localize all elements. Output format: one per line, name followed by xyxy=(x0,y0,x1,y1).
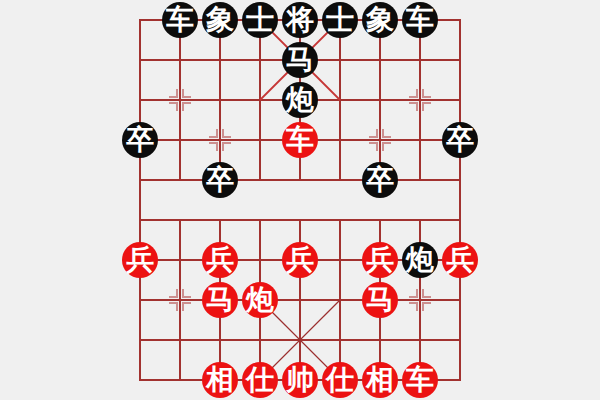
piece-red-cannon[interactable]: 炮 xyxy=(242,282,278,318)
piece-black-horse[interactable]: 马 xyxy=(282,42,318,78)
piece-black-soldier[interactable]: 卒 xyxy=(122,122,158,158)
piece-black-general[interactable]: 将 xyxy=(282,2,318,38)
piece-red-advisor[interactable]: 仕 xyxy=(322,362,358,398)
piece-red-king[interactable]: 帅 xyxy=(282,362,318,398)
piece-red-chariot[interactable]: 车 xyxy=(282,122,318,158)
piece-black-soldier[interactable]: 卒 xyxy=(442,122,478,158)
piece-red-elephant[interactable]: 相 xyxy=(362,362,398,398)
piece-red-soldier[interactable]: 兵 xyxy=(362,242,398,278)
piece-black-elephant[interactable]: 象 xyxy=(362,2,398,38)
piece-red-advisor[interactable]: 仕 xyxy=(242,362,278,398)
pieces-grid: 车象士将士象车马炮卒车卒卒卒兵兵兵兵炮兵马炮马相仕帅仕相车 xyxy=(120,0,480,400)
piece-red-soldier[interactable]: 兵 xyxy=(442,242,478,278)
piece-black-chariot[interactable]: 车 xyxy=(402,2,438,38)
piece-red-horse[interactable]: 马 xyxy=(362,282,398,318)
piece-black-advisor[interactable]: 士 xyxy=(242,2,278,38)
app-background: 车象士将士象车马炮卒车卒卒卒兵兵兵兵炮兵马炮马相仕帅仕相车 xyxy=(0,0,600,400)
piece-red-soldier[interactable]: 兵 xyxy=(202,242,238,278)
piece-red-soldier[interactable]: 兵 xyxy=(122,242,158,278)
piece-black-cannon[interactable]: 炮 xyxy=(402,242,438,278)
piece-black-cannon[interactable]: 炮 xyxy=(282,82,318,118)
piece-red-soldier[interactable]: 兵 xyxy=(282,242,318,278)
piece-black-elephant[interactable]: 象 xyxy=(202,2,238,38)
piece-black-soldier[interactable]: 卒 xyxy=(362,162,398,198)
xiangqi-board: 车象士将士象车马炮卒车卒卒卒兵兵兵兵炮兵马炮马相仕帅仕相车 xyxy=(140,20,460,380)
piece-black-advisor[interactable]: 士 xyxy=(322,2,358,38)
piece-red-elephant[interactable]: 相 xyxy=(202,362,238,398)
piece-red-chariot[interactable]: 车 xyxy=(402,362,438,398)
piece-black-chariot[interactable]: 车 xyxy=(162,2,198,38)
piece-red-horse[interactable]: 马 xyxy=(202,282,238,318)
piece-black-soldier[interactable]: 卒 xyxy=(202,162,238,198)
